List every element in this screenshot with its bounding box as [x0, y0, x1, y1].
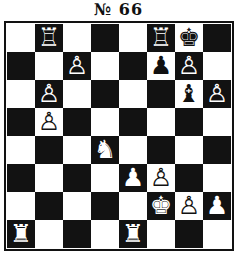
- square-g7[interactable]: ♙: [175, 52, 203, 80]
- square-g4[interactable]: [175, 136, 203, 164]
- square-h3[interactable]: [203, 164, 231, 192]
- square-d8[interactable]: [91, 24, 119, 52]
- piece-white-pawn[interactable]: ♟: [206, 192, 228, 220]
- piece-black-bishop[interactable]: ♝: [178, 80, 200, 108]
- square-h2[interactable]: ♟: [203, 192, 231, 220]
- square-b1[interactable]: [35, 220, 63, 248]
- square-b2[interactable]: [35, 192, 63, 220]
- square-h8[interactable]: [203, 24, 231, 52]
- square-d6[interactable]: [91, 80, 119, 108]
- square-c8[interactable]: [63, 24, 91, 52]
- square-e7[interactable]: [119, 52, 147, 80]
- square-b5[interactable]: ♙: [35, 108, 63, 136]
- square-a4[interactable]: [7, 136, 35, 164]
- square-c6[interactable]: [63, 80, 91, 108]
- square-e8[interactable]: [119, 24, 147, 52]
- piece-black-king[interactable]: ♚: [178, 24, 200, 52]
- square-f8[interactable]: ♖: [147, 24, 175, 52]
- square-c3[interactable]: [63, 164, 91, 192]
- square-h7[interactable]: [203, 52, 231, 80]
- piece-white-pawn[interactable]: ♙: [150, 164, 172, 192]
- square-a2[interactable]: [7, 192, 35, 220]
- square-g2[interactable]: ♙: [175, 192, 203, 220]
- square-e4[interactable]: [119, 136, 147, 164]
- square-e3[interactable]: ♟: [119, 164, 147, 192]
- piece-black-rook[interactable]: ♖: [38, 24, 60, 52]
- square-e1[interactable]: ♜: [119, 220, 147, 248]
- square-h6[interactable]: ♙: [203, 80, 231, 108]
- square-g5[interactable]: [175, 108, 203, 136]
- square-h4[interactable]: [203, 136, 231, 164]
- piece-black-pawn[interactable]: ♟: [150, 52, 172, 80]
- square-b3[interactable]: [35, 164, 63, 192]
- square-b6[interactable]: ♙: [35, 80, 63, 108]
- chess-diagram-page: № 66 ♖♖♚♙♟♙♙♝♙♙♞♟♙♚♙♟♜♜: [0, 0, 237, 261]
- piece-black-pawn[interactable]: ♙: [178, 52, 200, 80]
- square-d4[interactable]: ♞: [91, 136, 119, 164]
- piece-white-rook[interactable]: ♜: [10, 220, 32, 248]
- piece-white-pawn[interactable]: ♙: [38, 108, 60, 136]
- square-f2[interactable]: ♚: [147, 192, 175, 220]
- square-c5[interactable]: [63, 108, 91, 136]
- square-a8[interactable]: [7, 24, 35, 52]
- square-c7[interactable]: ♙: [63, 52, 91, 80]
- square-f7[interactable]: ♟: [147, 52, 175, 80]
- square-a5[interactable]: [7, 108, 35, 136]
- square-h5[interactable]: [203, 108, 231, 136]
- square-h1[interactable]: [203, 220, 231, 248]
- square-d5[interactable]: [91, 108, 119, 136]
- piece-black-rook[interactable]: ♖: [150, 24, 172, 52]
- piece-black-pawn[interactable]: ♙: [38, 80, 60, 108]
- square-e6[interactable]: [119, 80, 147, 108]
- chess-board: ♖♖♚♙♟♙♙♝♙♙♞♟♙♚♙♟♜♜: [4, 21, 234, 251]
- piece-black-pawn[interactable]: ♙: [66, 52, 88, 80]
- square-a3[interactable]: [7, 164, 35, 192]
- piece-white-rook[interactable]: ♜: [122, 220, 144, 248]
- piece-black-pawn[interactable]: ♙: [206, 80, 228, 108]
- square-e5[interactable]: [119, 108, 147, 136]
- square-c2[interactable]: [63, 192, 91, 220]
- square-d3[interactable]: [91, 164, 119, 192]
- square-d2[interactable]: [91, 192, 119, 220]
- square-f5[interactable]: [147, 108, 175, 136]
- piece-white-pawn[interactable]: ♟: [122, 164, 144, 192]
- square-c4[interactable]: [63, 136, 91, 164]
- square-g8[interactable]: ♚: [175, 24, 203, 52]
- piece-white-pawn[interactable]: ♙: [178, 192, 200, 220]
- square-g3[interactable]: [175, 164, 203, 192]
- piece-white-king[interactable]: ♚: [150, 192, 172, 220]
- square-f1[interactable]: [147, 220, 175, 248]
- square-d7[interactable]: [91, 52, 119, 80]
- square-d1[interactable]: [91, 220, 119, 248]
- square-b4[interactable]: [35, 136, 63, 164]
- square-b7[interactable]: [35, 52, 63, 80]
- square-f4[interactable]: [147, 136, 175, 164]
- square-f6[interactable]: [147, 80, 175, 108]
- square-g1[interactable]: [175, 220, 203, 248]
- square-c1[interactable]: [63, 220, 91, 248]
- square-a7[interactable]: [7, 52, 35, 80]
- square-a1[interactable]: ♜: [7, 220, 35, 248]
- square-e2[interactable]: [119, 192, 147, 220]
- square-g6[interactable]: ♝: [175, 80, 203, 108]
- square-f3[interactable]: ♙: [147, 164, 175, 192]
- piece-white-knight[interactable]: ♞: [94, 136, 116, 164]
- square-b8[interactable]: ♖: [35, 24, 63, 52]
- diagram-number-title: № 66: [4, 0, 233, 20]
- square-a6[interactable]: [7, 80, 35, 108]
